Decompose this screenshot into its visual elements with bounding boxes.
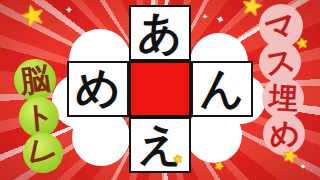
thumbnail: あ め ん え 脳 ト レ マ ス 埋 め ★ ★ ★ ★ ★ ★ ✦ ✦ ✦ … — [0, 0, 320, 180]
board-cell-left[interactable]: め — [67, 61, 129, 117]
board-cell-right[interactable]: ん — [191, 61, 253, 117]
badge-left-char-2-text: ト — [22, 101, 55, 134]
badge-left-char-3: レ — [23, 133, 63, 173]
sparkle-icon: ✦ — [81, 153, 92, 165]
puzzle-board: あ め ん え — [67, 5, 253, 173]
board-cell-center-empty[interactable] — [129, 61, 191, 117]
star-icon: ★ — [172, 153, 183, 165]
star-icon: ★ — [295, 35, 310, 51]
sparkle-icon: ✦ — [65, 6, 73, 15]
sparkle-icon: ✦ — [300, 164, 306, 171]
badge-left-char-1: 脳 — [14, 59, 56, 101]
badge-right-char-3-text: 埋 — [268, 83, 298, 113]
badge-right-char-2-text: ス — [262, 45, 297, 80]
board-cell-top[interactable]: あ — [129, 5, 191, 61]
sparkle-icon: ✦ — [202, 14, 208, 21]
badge-left-char-2: ト — [19, 97, 59, 137]
badge-left-char-1-text: 脳 — [18, 63, 52, 97]
badge-left-char-3-text: レ — [25, 135, 61, 171]
